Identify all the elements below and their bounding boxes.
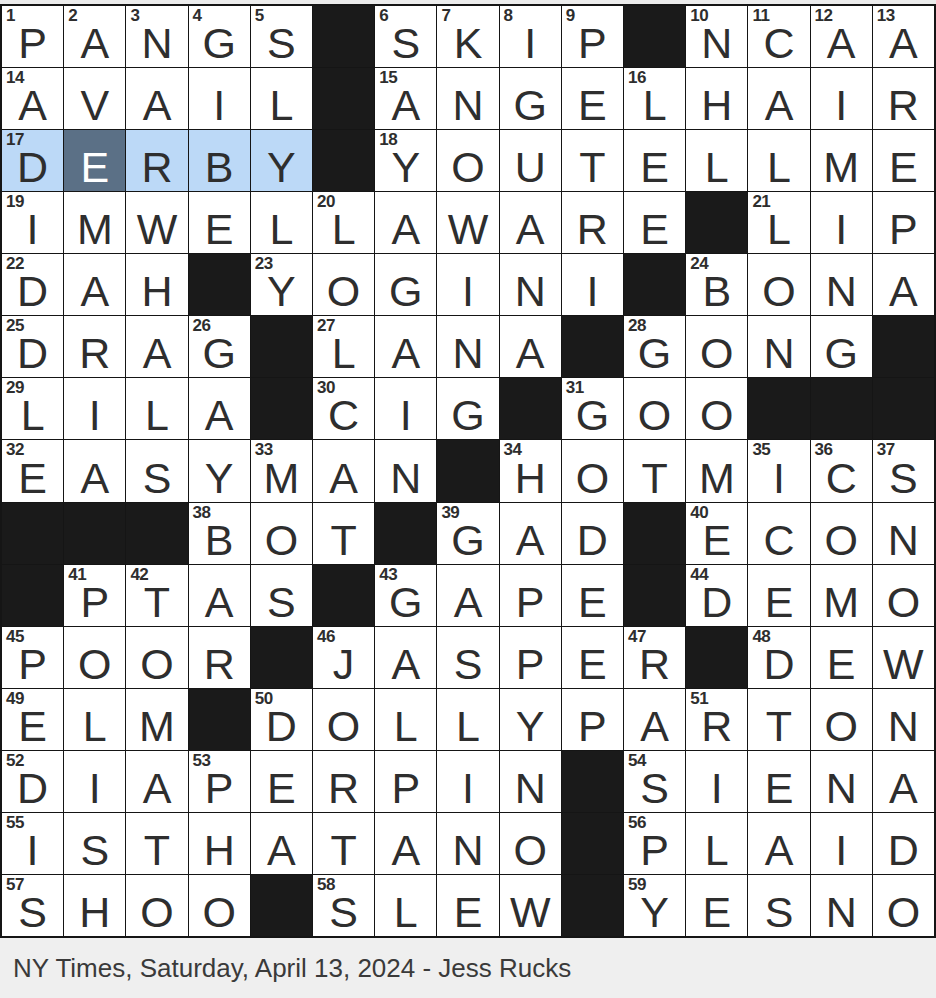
cell-r2c12[interactable]: H	[686, 68, 747, 129]
cell-r10c4[interactable]: A	[189, 565, 250, 626]
cell-letter: L	[313, 332, 374, 375]
black-square-r6c15	[873, 316, 934, 377]
cell-letter: N	[873, 705, 934, 748]
black-square-r9c1	[2, 503, 63, 564]
cell-r5c7[interactable]: G	[375, 254, 436, 315]
cell-r9c9[interactable]: A	[500, 503, 561, 564]
cell-r8c4[interactable]: Y	[189, 440, 250, 501]
cell-r12c8[interactable]: L	[437, 689, 498, 750]
cell-r12c5[interactable]: 50D	[251, 689, 312, 750]
cell-letter: O	[624, 394, 685, 437]
cell-r7c10[interactable]: 31G	[562, 378, 623, 439]
cell-r4c14[interactable]: I	[811, 192, 872, 253]
black-square-r7c14	[811, 378, 872, 439]
cell-r11c13[interactable]: 48D	[748, 627, 809, 688]
cell-r3c8[interactable]: O	[437, 130, 498, 191]
cell-r12c14[interactable]: O	[811, 689, 872, 750]
cell-r11c10[interactable]: E	[562, 627, 623, 688]
cell-r13c13[interactable]: E	[748, 751, 809, 812]
cell-letter: D	[686, 581, 747, 624]
cell-r13c14[interactable]: N	[811, 751, 872, 812]
cell-r8c9[interactable]: 34H	[500, 440, 561, 501]
cell-r4c10[interactable]: R	[562, 192, 623, 253]
cell-r1c3[interactable]: 3N	[126, 6, 187, 67]
cell-letter: T	[313, 519, 374, 562]
cell-r6c6[interactable]: 27L	[313, 316, 374, 377]
cell-letter: D	[748, 643, 809, 686]
cell-letter: R	[624, 643, 685, 686]
cell-r4c5[interactable]: L	[251, 192, 312, 253]
black-square-r5c4	[189, 254, 250, 315]
cell-r4c6[interactable]: 20L	[313, 192, 374, 253]
cell-r10c8[interactable]: A	[437, 565, 498, 626]
cell-r5c5[interactable]: 23Y	[251, 254, 312, 315]
cell-r10c12[interactable]: 44D	[686, 565, 747, 626]
cell-r10c9[interactable]: P	[500, 565, 561, 626]
cell-r14c14[interactable]: I	[811, 813, 872, 874]
cell-letter: A	[2, 84, 63, 127]
cell-letter: R	[64, 332, 125, 375]
cell-r14c12[interactable]: L	[686, 813, 747, 874]
cell-letter: S	[873, 457, 934, 500]
cell-r10c10[interactable]: E	[562, 565, 623, 626]
cell-letter: L	[313, 208, 374, 251]
black-square-r7c9	[500, 378, 561, 439]
cell-r1c9[interactable]: 8I	[500, 6, 561, 67]
cell-letter: P	[375, 767, 436, 810]
cell-r11c7[interactable]: A	[375, 627, 436, 688]
cell-letter: O	[748, 270, 809, 313]
black-square-r2c6	[313, 68, 374, 129]
cell-r1c14[interactable]: 12A	[811, 6, 872, 67]
cell-r15c7[interactable]: L	[375, 875, 436, 936]
cell-r15c14[interactable]: N	[811, 875, 872, 936]
cell-r10c13[interactable]: E	[748, 565, 809, 626]
cell-r8c13[interactable]: 35I	[748, 440, 809, 501]
cell-r1c4[interactable]: 4G	[189, 6, 250, 67]
cell-letter: E	[686, 519, 747, 562]
black-square-r15c10	[562, 875, 623, 936]
cell-letter: G	[437, 394, 498, 437]
cell-r5c6[interactable]: O	[313, 254, 374, 315]
cell-r12c12[interactable]: 51R	[686, 689, 747, 750]
cell-r8c11[interactable]: T	[624, 440, 685, 501]
cell-r13c4[interactable]: 53P	[189, 751, 250, 812]
cell-r14c8[interactable]: N	[437, 813, 498, 874]
black-square-r10c6	[313, 565, 374, 626]
black-square-r9c3	[126, 503, 187, 564]
cell-letter: S	[251, 22, 312, 65]
cell-r10c7[interactable]: 43G	[375, 565, 436, 626]
cell-r2c2[interactable]: V	[64, 68, 125, 129]
cell-r14c11[interactable]: 56P	[624, 813, 685, 874]
cell-r10c15[interactable]: O	[873, 565, 934, 626]
cell-r13c3[interactable]: A	[126, 751, 187, 812]
cell-r2c13[interactable]: A	[748, 68, 809, 129]
cell-r8c1[interactable]: 32E	[2, 440, 63, 501]
black-square-r8c8	[437, 440, 498, 501]
cell-letter: N	[686, 22, 747, 65]
cell-letter: I	[500, 22, 561, 65]
cell-r9c15[interactable]: N	[873, 503, 934, 564]
cell-letter: C	[748, 519, 809, 562]
cell-r11c15[interactable]: W	[873, 627, 934, 688]
cell-r12c11[interactable]: A	[624, 689, 685, 750]
cell-letter: N	[811, 767, 872, 810]
cell-r1c1[interactable]: 1P	[2, 6, 63, 67]
cell-letter: L	[126, 394, 187, 437]
cell-r8c2[interactable]: A	[64, 440, 125, 501]
cell-r13c11[interactable]: 54S	[624, 751, 685, 812]
cell-letter: G	[189, 22, 250, 65]
cell-r6c1[interactable]: 25D	[2, 316, 63, 377]
cell-r4c4[interactable]: E	[189, 192, 250, 253]
cell-letter: P	[2, 22, 63, 65]
cell-r15c12[interactable]: E	[686, 875, 747, 936]
cell-r14c7[interactable]: A	[375, 813, 436, 874]
cell-r13c1[interactable]: 52D	[2, 751, 63, 812]
cell-r8c14[interactable]: 36C	[811, 440, 872, 501]
cell-r9c14[interactable]: O	[811, 503, 872, 564]
cell-r11c3[interactable]: O	[126, 627, 187, 688]
cell-letter: T	[126, 581, 187, 624]
cell-r2c8[interactable]: N	[437, 68, 498, 129]
cell-r12c7[interactable]: L	[375, 689, 436, 750]
cell-r11c4[interactable]: R	[189, 627, 250, 688]
cell-r1c10[interactable]: 9P	[562, 6, 623, 67]
cell-letter: B	[189, 146, 250, 189]
cell-r1c12[interactable]: 10N	[686, 6, 747, 67]
cell-r8c12[interactable]: M	[686, 440, 747, 501]
cell-r15c4[interactable]: O	[189, 875, 250, 936]
cell-letter: T	[748, 705, 809, 748]
cell-letter: S	[126, 457, 187, 500]
cell-r10c5[interactable]: S	[251, 565, 312, 626]
cell-letter: D	[562, 519, 623, 562]
cell-letter: E	[873, 146, 934, 189]
cell-letter: A	[64, 457, 125, 500]
cell-letter: O	[500, 829, 561, 872]
cell-r5c8[interactable]: I	[437, 254, 498, 315]
cell-letter: P	[562, 705, 623, 748]
cell-r3c11[interactable]: E	[624, 130, 685, 191]
cell-letter: A	[748, 829, 809, 872]
cell-r15c9[interactable]: W	[500, 875, 561, 936]
cell-r4c1[interactable]: 19I	[2, 192, 63, 253]
cell-r14c2[interactable]: S	[64, 813, 125, 874]
cell-letter: H	[64, 891, 125, 934]
cell-r1c7[interactable]: 6S	[375, 6, 436, 67]
cell-r13c5[interactable]: E	[251, 751, 312, 812]
cell-r9c4[interactable]: 38B	[189, 503, 250, 564]
cell-r15c11[interactable]: 59Y	[624, 875, 685, 936]
cell-r10c14[interactable]: M	[811, 565, 872, 626]
cell-r8c5[interactable]: 33M	[251, 440, 312, 501]
cell-r15c15[interactable]: O	[873, 875, 934, 936]
cell-r9c5[interactable]: O	[251, 503, 312, 564]
cell-r13c2[interactable]: I	[64, 751, 125, 812]
cell-r2c15[interactable]: R	[873, 68, 934, 129]
cell-r3c13[interactable]: L	[748, 130, 809, 191]
cell-r5c12[interactable]: 24B	[686, 254, 747, 315]
cell-r12c13[interactable]: T	[748, 689, 809, 750]
cell-r7c11[interactable]: O	[624, 378, 685, 439]
cell-letter: N	[500, 767, 561, 810]
cell-r8c10[interactable]: O	[562, 440, 623, 501]
cell-r13c9[interactable]: N	[500, 751, 561, 812]
cell-r10c3[interactable]: 42T	[126, 565, 187, 626]
cell-r4c3[interactable]: W	[126, 192, 187, 253]
cell-letter: N	[437, 332, 498, 375]
cell-letter: G	[375, 270, 436, 313]
cell-r15c1[interactable]: 57S	[2, 875, 63, 936]
cell-letter: A	[313, 457, 374, 500]
black-square-r9c2	[64, 503, 125, 564]
cell-r3c5[interactable]: Y	[251, 130, 312, 191]
cell-r8c6[interactable]: A	[313, 440, 374, 501]
cell-r2c5[interactable]: L	[251, 68, 312, 129]
cursor-cell-r3c2[interactable]: E	[64, 130, 125, 191]
cell-r12c6[interactable]: O	[313, 689, 374, 750]
cell-r4c9[interactable]: A	[500, 192, 561, 253]
cell-letter: O	[811, 519, 872, 562]
cell-letter: M	[811, 581, 872, 624]
cell-letter: A	[811, 22, 872, 65]
cell-r6c9[interactable]: A	[500, 316, 561, 377]
cell-r3c7[interactable]: 18Y	[375, 130, 436, 191]
cell-r4c8[interactable]: W	[437, 192, 498, 253]
cell-r8c7[interactable]: N	[375, 440, 436, 501]
cell-r6c8[interactable]: N	[437, 316, 498, 377]
cell-r3c9[interactable]: U	[500, 130, 561, 191]
cell-letter: H	[126, 270, 187, 313]
cell-r12c3[interactable]: M	[126, 689, 187, 750]
cell-r11c6[interactable]: 46J	[313, 627, 374, 688]
cell-r1c8[interactable]: 7K	[437, 6, 498, 67]
cell-letter: I	[562, 270, 623, 313]
cell-letter: E	[686, 891, 747, 934]
black-square-r5c11	[624, 254, 685, 315]
cell-letter: G	[562, 394, 623, 437]
cell-r14c5[interactable]: A	[251, 813, 312, 874]
cell-r15c6[interactable]: 58S	[313, 875, 374, 936]
cell-r14c4[interactable]: H	[189, 813, 250, 874]
cell-r11c14[interactable]: E	[811, 627, 872, 688]
cell-letter: E	[251, 767, 312, 810]
cell-r12c10[interactable]: P	[562, 689, 623, 750]
black-square-r9c7	[375, 503, 436, 564]
cell-r13c12[interactable]: I	[686, 751, 747, 812]
cell-r3c1[interactable]: 17D	[2, 130, 63, 191]
cell-r14c1[interactable]: 55I	[2, 813, 63, 874]
cell-letter: E	[562, 84, 623, 127]
cell-letter: G	[375, 581, 436, 624]
cell-r12c15[interactable]: N	[873, 689, 934, 750]
cell-r2c11[interactable]: 16L	[624, 68, 685, 129]
cell-r15c8[interactable]: E	[437, 875, 498, 936]
cell-r2c9[interactable]: G	[500, 68, 561, 129]
cell-r4c2[interactable]: M	[64, 192, 125, 253]
cell-r9c13[interactable]: C	[748, 503, 809, 564]
cell-r12c2[interactable]: L	[64, 689, 125, 750]
cell-r3c3[interactable]: R	[126, 130, 187, 191]
black-square-r10c11	[624, 565, 685, 626]
cell-r3c10[interactable]: T	[562, 130, 623, 191]
cell-r7c8[interactable]: G	[437, 378, 498, 439]
cell-r11c1[interactable]: 45P	[2, 627, 63, 688]
cell-r3c15[interactable]: E	[873, 130, 934, 191]
cell-letter: S	[64, 829, 125, 872]
cell-letter: D	[251, 705, 312, 748]
cell-r6c14[interactable]: G	[811, 316, 872, 377]
cell-letter: A	[375, 332, 436, 375]
cell-r7c4[interactable]: A	[189, 378, 250, 439]
black-square-r12c4	[189, 689, 250, 750]
cell-letter: E	[624, 146, 685, 189]
cell-r9c12[interactable]: 40E	[686, 503, 747, 564]
cell-r7c2[interactable]: I	[64, 378, 125, 439]
cell-letter: E	[748, 767, 809, 810]
cell-letter: P	[624, 829, 685, 872]
cell-letter: T	[624, 457, 685, 500]
cell-r7c12[interactable]: O	[686, 378, 747, 439]
cell-r6c11[interactable]: 28G	[624, 316, 685, 377]
cell-r2c4[interactable]: I	[189, 68, 250, 129]
cell-r12c1[interactable]: 49E	[2, 689, 63, 750]
cell-r7c7[interactable]: I	[375, 378, 436, 439]
cell-r4c7[interactable]: A	[375, 192, 436, 253]
cell-r5c10[interactable]: I	[562, 254, 623, 315]
cell-r14c3[interactable]: T	[126, 813, 187, 874]
cell-r9c8[interactable]: 39G	[437, 503, 498, 564]
cell-r6c2[interactable]: R	[64, 316, 125, 377]
cell-r5c13[interactable]: O	[748, 254, 809, 315]
cell-r1c2[interactable]: 2A	[64, 6, 125, 67]
cell-r5c1[interactable]: 22D	[2, 254, 63, 315]
cell-letter: A	[375, 208, 436, 251]
puzzle-info-bar: NY Times, Saturday, April 13, 2024 - Jes…	[0, 938, 936, 998]
cell-letter: O	[126, 891, 187, 934]
cell-letter: Y	[500, 705, 561, 748]
cell-r13c15[interactable]: A	[873, 751, 934, 812]
cell-r2c14[interactable]: I	[811, 68, 872, 129]
cell-r6c13[interactable]: N	[748, 316, 809, 377]
black-square-r15c5	[251, 875, 312, 936]
cell-r5c9[interactable]: N	[500, 254, 561, 315]
cell-r2c10[interactable]: E	[562, 68, 623, 129]
cell-r12c9[interactable]: Y	[500, 689, 561, 750]
cell-letter: O	[562, 457, 623, 500]
cell-r7c3[interactable]: L	[126, 378, 187, 439]
black-square-r7c15	[873, 378, 934, 439]
black-square-r10c1	[2, 565, 63, 626]
cell-r13c7[interactable]: P	[375, 751, 436, 812]
cell-r3c4[interactable]: B	[189, 130, 250, 191]
cell-r11c11[interactable]: 47R	[624, 627, 685, 688]
cell-r5c3[interactable]: H	[126, 254, 187, 315]
cell-r4c15[interactable]: P	[873, 192, 934, 253]
black-square-r13c10	[562, 751, 623, 812]
cell-letter: W	[437, 208, 498, 251]
cell-letter: I	[2, 208, 63, 251]
cell-letter: N	[437, 84, 498, 127]
cell-letter: H	[189, 829, 250, 872]
black-square-r7c5	[251, 378, 312, 439]
cell-r1c5[interactable]: 5S	[251, 6, 312, 67]
cell-r1c13[interactable]: 11C	[748, 6, 809, 67]
cell-letter: L	[64, 705, 125, 748]
cell-r15c2[interactable]: H	[64, 875, 125, 936]
cell-r14c9[interactable]: O	[500, 813, 561, 874]
cell-r6c7[interactable]: A	[375, 316, 436, 377]
cell-letter: Y	[624, 891, 685, 934]
cell-r4c13[interactable]: 21L	[748, 192, 809, 253]
cell-letter: A	[189, 394, 250, 437]
black-square-r6c5	[251, 316, 312, 377]
cell-r6c4[interactable]: 26G	[189, 316, 250, 377]
cell-r9c10[interactable]: D	[562, 503, 623, 564]
cell-letter: D	[2, 767, 63, 810]
cell-letter: D	[873, 829, 934, 872]
cell-r6c12[interactable]: O	[686, 316, 747, 377]
cell-letter: S	[748, 891, 809, 934]
cell-r11c9[interactable]: P	[500, 627, 561, 688]
cell-letter: E	[624, 208, 685, 251]
cell-letter: N	[748, 332, 809, 375]
cell-r5c14[interactable]: N	[811, 254, 872, 315]
cell-r14c13[interactable]: A	[748, 813, 809, 874]
cell-letter: R	[126, 146, 187, 189]
cell-r2c1[interactable]: 14A	[2, 68, 63, 129]
black-square-r4c12	[686, 192, 747, 253]
cell-letter: A	[500, 519, 561, 562]
cell-r10c2[interactable]: 41P	[64, 565, 125, 626]
cell-r14c6[interactable]: T	[313, 813, 374, 874]
cell-r7c6[interactable]: 30C	[313, 378, 374, 439]
cell-letter: O	[64, 643, 125, 686]
cell-r15c13[interactable]: S	[748, 875, 809, 936]
cell-letter: A	[873, 767, 934, 810]
cell-letter: I	[64, 394, 125, 437]
cell-r5c15[interactable]: A	[873, 254, 934, 315]
cell-r3c14[interactable]: M	[811, 130, 872, 191]
cell-letter: E	[189, 208, 250, 251]
cell-r14c15[interactable]: D	[873, 813, 934, 874]
cell-r6c3[interactable]: A	[126, 316, 187, 377]
cell-r3c12[interactable]: L	[686, 130, 747, 191]
cell-letter: L	[2, 394, 63, 437]
cell-r5c2[interactable]: A	[64, 254, 125, 315]
cell-letter: O	[126, 643, 187, 686]
cell-letter: P	[189, 767, 250, 810]
cell-r11c8[interactable]: S	[437, 627, 498, 688]
cell-letter: G	[437, 519, 498, 562]
cell-r13c6[interactable]: R	[313, 751, 374, 812]
cell-r4c11[interactable]: E	[624, 192, 685, 253]
cell-r13c8[interactable]: I	[437, 751, 498, 812]
cell-letter: D	[2, 146, 63, 189]
cell-letter: O	[313, 270, 374, 313]
cell-r9c6[interactable]: T	[313, 503, 374, 564]
cell-r2c3[interactable]: A	[126, 68, 187, 129]
cell-r8c15[interactable]: 37S	[873, 440, 934, 501]
cell-r11c2[interactable]: O	[64, 627, 125, 688]
cell-r1c15[interactable]: 13A	[873, 6, 934, 67]
cell-r15c3[interactable]: O	[126, 875, 187, 936]
cell-r8c3[interactable]: S	[126, 440, 187, 501]
cell-r7c1[interactable]: 29L	[2, 378, 63, 439]
cell-r2c7[interactable]: 15A	[375, 68, 436, 129]
